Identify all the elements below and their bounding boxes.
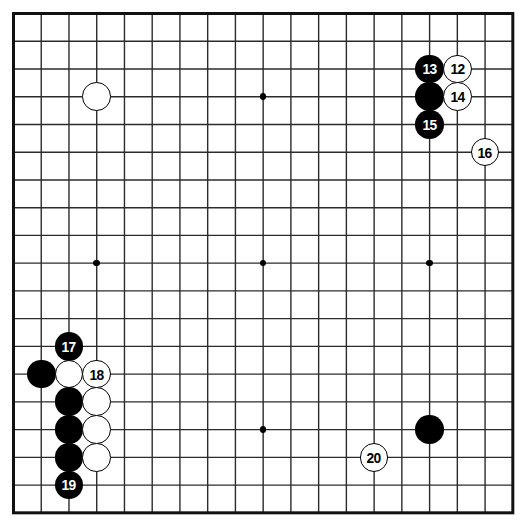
white-stone [82,443,111,472]
star-point [260,426,267,433]
move-number: 19 [62,477,76,492]
go-board-diagram: 131214151617181920 [0,0,530,530]
white-stone-move-20: 20 [360,443,389,472]
go-board: 131214151617181920 [0,0,527,527]
black-stone [415,82,444,111]
black-stone [55,443,84,472]
white-stone [82,415,111,444]
star-point [93,260,100,267]
star-point [260,93,267,100]
black-stone [415,415,444,444]
move-number: 13 [423,61,437,76]
white-stone-move-16: 16 [471,138,500,167]
black-stone-move-17: 17 [55,332,84,361]
move-number: 16 [478,145,492,160]
move-number: 12 [450,61,464,76]
black-stone [27,360,56,389]
white-stone [82,82,111,111]
move-number: 14 [450,89,464,104]
move-number: 15 [423,117,437,132]
move-number: 20 [367,450,381,465]
white-stone-move-18: 18 [82,360,111,389]
black-stone [55,387,84,416]
move-number: 18 [90,367,104,382]
black-stone-move-13: 13 [415,55,444,84]
white-stone [82,387,111,416]
star-point [426,260,433,267]
move-number: 17 [62,339,76,354]
white-stone [55,360,84,389]
white-stone-move-12: 12 [443,55,472,84]
star-point [260,260,267,267]
white-stone-move-14: 14 [443,82,472,111]
black-stone-move-19: 19 [55,471,84,500]
black-stone [55,415,84,444]
black-stone-move-15: 15 [415,110,444,139]
